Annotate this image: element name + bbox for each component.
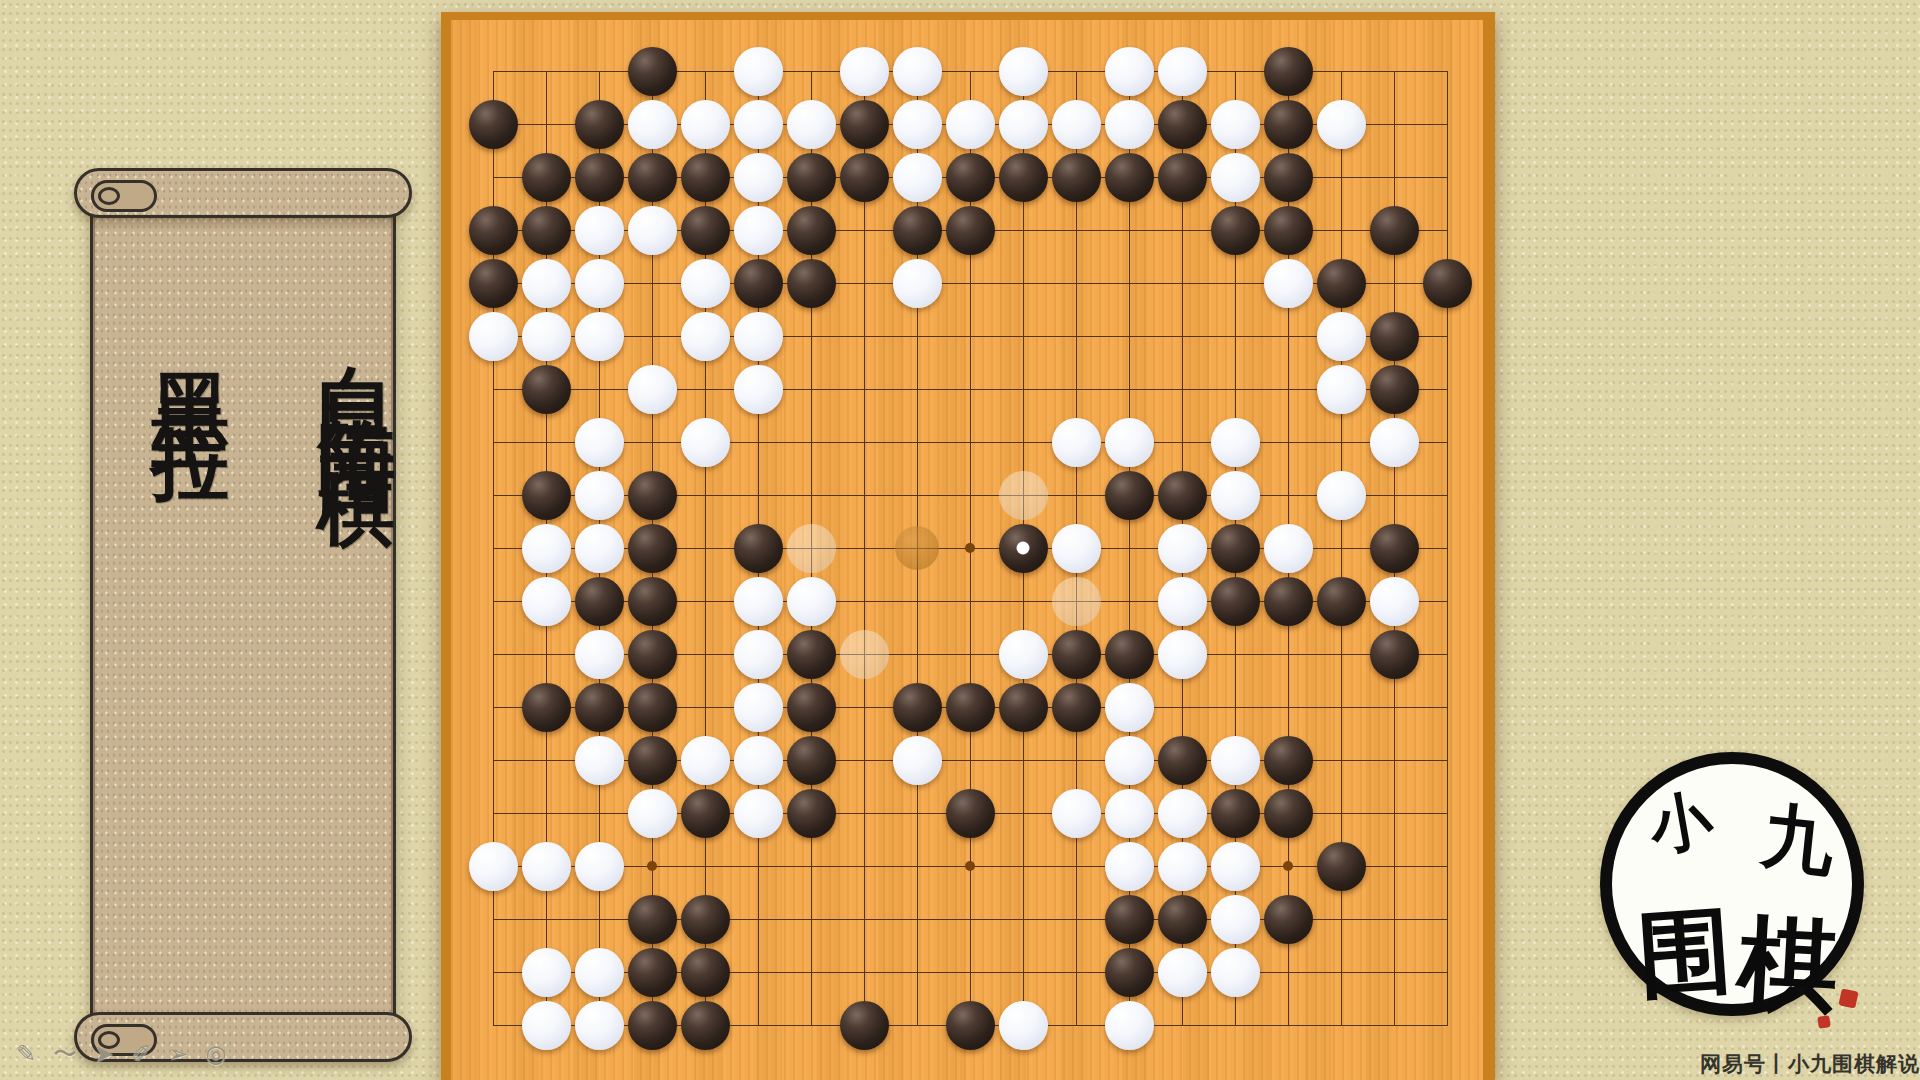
star-point bbox=[965, 861, 975, 871]
stone-white bbox=[893, 47, 942, 96]
last-move-marker bbox=[1017, 542, 1030, 555]
stone-white bbox=[1105, 842, 1154, 891]
logo-char: 九 bbox=[1758, 800, 1837, 879]
stone-white bbox=[575, 1001, 624, 1050]
stone-white bbox=[999, 630, 1048, 679]
stone-white bbox=[893, 259, 942, 308]
stone-black bbox=[1211, 577, 1260, 626]
stone-black bbox=[628, 577, 677, 626]
stone-white bbox=[522, 312, 571, 361]
stone-black bbox=[1158, 100, 1207, 149]
stone-white bbox=[1158, 630, 1207, 679]
stone-white bbox=[1264, 259, 1313, 308]
stone-black bbox=[522, 365, 571, 414]
stone-white bbox=[522, 842, 571, 891]
stone-black bbox=[1370, 312, 1419, 361]
stone-white bbox=[1211, 736, 1260, 785]
ghost-stone-brown bbox=[895, 526, 939, 570]
pen-icon[interactable]: ✐ bbox=[131, 1040, 151, 1068]
stone-black bbox=[787, 153, 836, 202]
stone-white bbox=[1158, 524, 1207, 573]
logo-char: 棋 bbox=[1735, 913, 1840, 1018]
stone-black bbox=[893, 683, 942, 732]
stone-white bbox=[734, 736, 783, 785]
stone-black bbox=[1370, 524, 1419, 573]
stone-black bbox=[469, 259, 518, 308]
stone-black bbox=[787, 206, 836, 255]
stone-black bbox=[1264, 789, 1313, 838]
stone-white bbox=[1105, 789, 1154, 838]
stone-black bbox=[1370, 630, 1419, 679]
stone-white bbox=[1158, 47, 1207, 96]
stone-black bbox=[628, 948, 677, 997]
drawing-toolbar: ✎〜➤✐➢◎ bbox=[16, 1038, 226, 1070]
stone-white bbox=[1105, 47, 1154, 96]
scroll-top-roll bbox=[74, 168, 412, 218]
stone-black bbox=[999, 153, 1048, 202]
stone-black bbox=[469, 100, 518, 149]
stone-black bbox=[681, 1001, 730, 1050]
stone-white bbox=[734, 789, 783, 838]
ghost-stone-white bbox=[1052, 577, 1101, 626]
stone-black bbox=[1211, 206, 1260, 255]
stone-black bbox=[1105, 471, 1154, 520]
stone-white bbox=[734, 312, 783, 361]
stone-black bbox=[787, 736, 836, 785]
stone-white bbox=[734, 100, 783, 149]
stone-black bbox=[575, 153, 624, 202]
stone-white bbox=[734, 206, 783, 255]
stone-white bbox=[734, 365, 783, 414]
stone-black bbox=[1317, 577, 1366, 626]
stone-black bbox=[628, 47, 677, 96]
stone-black bbox=[787, 259, 836, 308]
scroll-curl-icon bbox=[91, 180, 157, 212]
stone-white bbox=[681, 259, 730, 308]
stone-white bbox=[1317, 100, 1366, 149]
stone-black bbox=[1423, 259, 1472, 308]
channel-caption: 网易号丨小九围棋解说 bbox=[1700, 1050, 1915, 1078]
ghost-stone-white bbox=[787, 524, 836, 573]
stone-white bbox=[734, 47, 783, 96]
stone-white bbox=[999, 1001, 1048, 1050]
stone-white bbox=[893, 100, 942, 149]
stone-black bbox=[575, 683, 624, 732]
stone-black bbox=[946, 789, 995, 838]
stone-white bbox=[734, 630, 783, 679]
stone-black bbox=[681, 789, 730, 838]
stone-black bbox=[628, 683, 677, 732]
stone-white bbox=[681, 100, 730, 149]
cursor-icon[interactable]: ➢ bbox=[168, 1040, 188, 1068]
stone-white bbox=[1211, 948, 1260, 997]
stone-black bbox=[628, 1001, 677, 1050]
stone-black bbox=[469, 206, 518, 255]
stone-white bbox=[893, 153, 942, 202]
stone-black bbox=[946, 206, 995, 255]
stone-white bbox=[1211, 100, 1260, 149]
stone-black bbox=[628, 630, 677, 679]
stone-black bbox=[522, 153, 571, 202]
stone-black bbox=[1105, 948, 1154, 997]
stone-white bbox=[1370, 418, 1419, 467]
stone-white bbox=[1052, 789, 1101, 838]
stone-black bbox=[522, 683, 571, 732]
stone-black bbox=[1264, 206, 1313, 255]
stone-black bbox=[681, 206, 730, 255]
stone-black bbox=[681, 895, 730, 944]
stone-white bbox=[1211, 153, 1260, 202]
stone-white bbox=[1211, 418, 1260, 467]
stone-white bbox=[522, 577, 571, 626]
stone-white bbox=[681, 312, 730, 361]
stone-white bbox=[469, 842, 518, 891]
scroll-banner: 白星阵围棋 黑里拉 bbox=[74, 168, 412, 1062]
stone-white bbox=[893, 736, 942, 785]
stone-white bbox=[681, 418, 730, 467]
stone-black bbox=[1370, 365, 1419, 414]
seal-stamp-icon bbox=[1838, 988, 1858, 1008]
stone-black bbox=[522, 206, 571, 255]
stone-white bbox=[1052, 524, 1101, 573]
stone-black bbox=[628, 524, 677, 573]
stone-white bbox=[1317, 365, 1366, 414]
stone-black bbox=[1105, 895, 1154, 944]
stone-black bbox=[1105, 153, 1154, 202]
stone-white bbox=[946, 100, 995, 149]
stone-white bbox=[787, 577, 836, 626]
stone-white bbox=[1211, 842, 1260, 891]
stone-black bbox=[681, 153, 730, 202]
stone-black bbox=[1158, 895, 1207, 944]
stone-black bbox=[1211, 789, 1260, 838]
go-grid bbox=[493, 71, 1448, 1026]
stone-black bbox=[787, 630, 836, 679]
stone-white bbox=[999, 47, 1048, 96]
stone-black bbox=[946, 683, 995, 732]
stone-black bbox=[1264, 895, 1313, 944]
stone-white bbox=[575, 630, 624, 679]
stone-white bbox=[681, 736, 730, 785]
ghost-stone-white bbox=[999, 471, 1048, 520]
stone-black bbox=[575, 577, 624, 626]
stone-white bbox=[1052, 418, 1101, 467]
stone-white bbox=[628, 365, 677, 414]
logo-char: 围 bbox=[1635, 903, 1735, 1003]
stone-white bbox=[1105, 736, 1154, 785]
stone-white bbox=[1105, 1001, 1154, 1050]
stone-white bbox=[575, 206, 624, 255]
stone-white bbox=[522, 1001, 571, 1050]
stone-black bbox=[681, 948, 730, 997]
go-board bbox=[441, 12, 1495, 1080]
stone-black bbox=[1264, 153, 1313, 202]
stone-black bbox=[946, 153, 995, 202]
stone-black bbox=[628, 471, 677, 520]
stone-black bbox=[628, 736, 677, 785]
stone-black bbox=[1052, 630, 1101, 679]
seal-stamp-icon bbox=[1817, 1015, 1831, 1029]
stone-black bbox=[787, 683, 836, 732]
stone-black bbox=[1264, 577, 1313, 626]
scroll-body: 白星阵围棋 黑里拉 bbox=[90, 212, 396, 1018]
stone-black bbox=[893, 206, 942, 255]
stone-white bbox=[840, 47, 889, 96]
stone-white bbox=[734, 577, 783, 626]
stone-black bbox=[628, 895, 677, 944]
stone-white bbox=[575, 842, 624, 891]
scroll-text-black-player: 黑里拉 bbox=[151, 311, 229, 389]
stone-black bbox=[840, 1001, 889, 1050]
stone-white bbox=[522, 524, 571, 573]
stone-white bbox=[628, 789, 677, 838]
stone-white bbox=[1105, 683, 1154, 732]
stone-black bbox=[1105, 630, 1154, 679]
stone-black bbox=[1052, 683, 1101, 732]
stone-white bbox=[575, 736, 624, 785]
stone-black bbox=[1158, 471, 1207, 520]
stone-white bbox=[628, 206, 677, 255]
stone-black bbox=[1370, 206, 1419, 255]
stone-white bbox=[575, 471, 624, 520]
stone-black bbox=[1317, 259, 1366, 308]
go-board-surface bbox=[451, 20, 1483, 1080]
stone-black bbox=[734, 259, 783, 308]
logo-char: 小 bbox=[1645, 787, 1717, 859]
star-point bbox=[965, 543, 975, 553]
stone-white bbox=[1158, 789, 1207, 838]
stone-white bbox=[1317, 471, 1366, 520]
stone-white bbox=[1211, 471, 1260, 520]
arrow-icon[interactable]: ➤ bbox=[94, 1040, 114, 1068]
stone-black bbox=[999, 683, 1048, 732]
stone-white bbox=[575, 418, 624, 467]
stone-black bbox=[840, 100, 889, 149]
channel-logo: 小 九 围 棋 bbox=[1600, 752, 1864, 1016]
stone-white bbox=[1317, 312, 1366, 361]
stone-white bbox=[1158, 948, 1207, 997]
stone-black bbox=[1264, 47, 1313, 96]
stone-black bbox=[946, 1001, 995, 1050]
stone-white bbox=[522, 948, 571, 997]
stone-black bbox=[1264, 100, 1313, 149]
stone-white bbox=[734, 683, 783, 732]
stone-white bbox=[575, 524, 624, 573]
stone-white bbox=[734, 153, 783, 202]
scroll-text-white-player: 白星阵围棋 bbox=[317, 303, 395, 433]
stone-black bbox=[1158, 153, 1207, 202]
stone-white bbox=[1105, 100, 1154, 149]
stone-white bbox=[469, 312, 518, 361]
stone-white bbox=[1211, 895, 1260, 944]
stone-white bbox=[1052, 100, 1101, 149]
stone-white bbox=[628, 100, 677, 149]
stone-black bbox=[1211, 524, 1260, 573]
stone-black bbox=[787, 789, 836, 838]
target-icon[interactable]: ◎ bbox=[205, 1040, 226, 1068]
stone-black bbox=[628, 153, 677, 202]
stone-white bbox=[787, 100, 836, 149]
stone-white bbox=[575, 259, 624, 308]
stone-black bbox=[1052, 153, 1101, 202]
stone-black bbox=[1158, 736, 1207, 785]
curve-icon[interactable]: 〜 bbox=[53, 1038, 77, 1070]
stone-white bbox=[1158, 842, 1207, 891]
stone-black bbox=[734, 524, 783, 573]
star-point bbox=[647, 861, 657, 871]
star-point bbox=[1283, 861, 1293, 871]
stone-white bbox=[1158, 577, 1207, 626]
stone-white bbox=[999, 100, 1048, 149]
stone-white bbox=[575, 948, 624, 997]
stone-black bbox=[1317, 842, 1366, 891]
ghost-stone-white bbox=[840, 630, 889, 679]
stone-black bbox=[1264, 736, 1313, 785]
stone-white bbox=[1105, 418, 1154, 467]
stone-black bbox=[575, 100, 624, 149]
stone-white bbox=[1370, 577, 1419, 626]
pencil-icon[interactable]: ✎ bbox=[16, 1040, 36, 1068]
stone-black bbox=[522, 471, 571, 520]
stone-white bbox=[1264, 524, 1313, 573]
stone-white bbox=[575, 312, 624, 361]
stone-black bbox=[840, 153, 889, 202]
stone-white bbox=[522, 259, 571, 308]
